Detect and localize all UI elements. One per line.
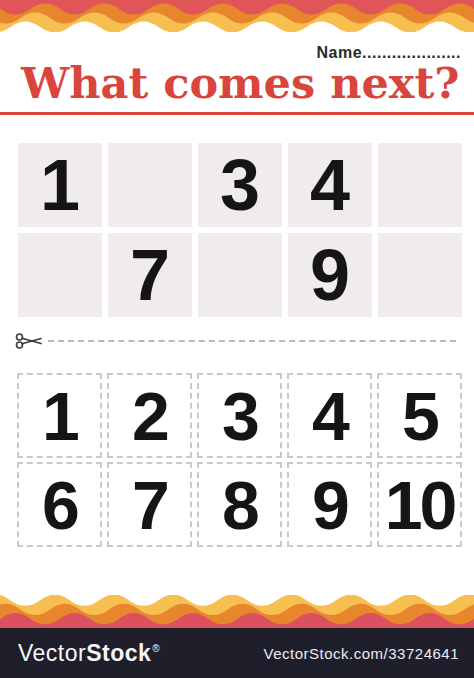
worksheet-page: { "game": "what-comes-next number sequen… <box>0 0 474 678</box>
cutout-cards-grid: 1 2 3 4 5 6 7 8 9 10 <box>17 373 462 547</box>
answer-slot[interactable] <box>108 143 192 227</box>
logo-vector-text: Vector <box>18 640 86 666</box>
sequence-cell: 4 <box>288 143 372 227</box>
logo-stock-text: Stock <box>86 640 151 666</box>
answer-slot[interactable] <box>18 233 102 317</box>
number-card[interactable]: 8 <box>197 462 282 547</box>
cut-line <box>15 330 456 352</box>
number-card[interactable]: 5 <box>377 373 462 458</box>
number-card[interactable]: 1 <box>17 373 102 458</box>
sequence-cell: 3 <box>198 143 282 227</box>
number-card[interactable]: 7 <box>107 462 192 547</box>
watermark-url: VectorStock.com/33724641 <box>264 645 459 662</box>
number-card[interactable]: 9 <box>287 462 372 547</box>
sequence-grid: 1 3 4 7 9 <box>18 143 462 317</box>
title-underline <box>0 112 474 115</box>
sequence-cell: 1 <box>18 143 102 227</box>
page-title: What comes next? <box>21 58 461 108</box>
registered-mark: ® <box>152 643 160 654</box>
dashed-cut-guide <box>48 340 456 342</box>
number-card[interactable]: 3 <box>197 373 282 458</box>
number-card[interactable]: 10 <box>377 462 462 547</box>
top-wave-border <box>0 0 474 32</box>
bottom-wave-border <box>0 595 474 628</box>
number-card[interactable]: 6 <box>17 462 102 547</box>
answer-slot[interactable] <box>378 233 462 317</box>
watermark-bar: VectorStock® VectorStock.com/33724641 <box>0 628 474 678</box>
answer-slot[interactable] <box>198 233 282 317</box>
vectorstock-logo: VectorStock® <box>18 640 160 667</box>
scissors-icon <box>15 332 43 350</box>
sequence-cell: 9 <box>288 233 372 317</box>
sequence-cell: 7 <box>108 233 192 317</box>
number-card[interactable]: 2 <box>107 373 192 458</box>
number-card[interactable]: 4 <box>287 373 372 458</box>
answer-slot[interactable] <box>378 143 462 227</box>
